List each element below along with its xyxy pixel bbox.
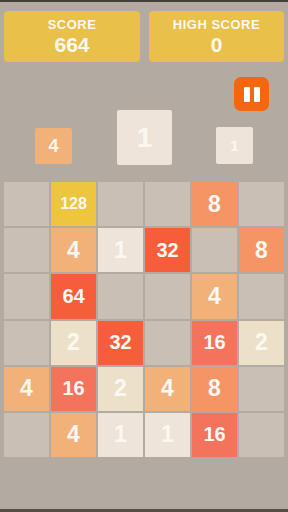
tile-4-r3c5: 4 [192,274,237,318]
score-box: SCORE 664 [4,11,140,62]
cell-r3c3 [98,274,143,318]
cell-r2c1 [4,228,49,272]
tile-16-r6c5: 16 [192,413,237,457]
queue-tile-next-right: 1 [216,127,253,164]
high-score-box: HIGH SCORE 0 [149,11,284,62]
cell-r6c1 [4,413,49,457]
pause-button[interactable] [234,77,269,111]
tile-8-r5c5: 8 [192,367,237,411]
high-score-value: 0 [211,33,223,57]
cell-r3c4 [145,274,190,318]
high-score-label: HIGH SCORE [173,17,260,33]
tile-1-r6c4: 1 [145,413,190,457]
cell-r1c3 [98,182,143,226]
cell-r4c1 [4,321,49,365]
cell-r4c4 [145,321,190,365]
tile-4-r5c4: 4 [145,367,190,411]
cell-r5c6 [239,367,284,411]
tile-4-r5c1: 4 [4,367,49,411]
tile-32-r4c3: 32 [98,321,143,365]
tile-8-r2c6: 8 [239,228,284,272]
pause-icon [244,87,260,102]
cell-r3c6 [239,274,284,318]
score-value: 664 [54,33,89,57]
cell-r2c5 [192,228,237,272]
queue-tile-current: 1 [117,110,172,165]
tile-64-r3c2: 64 [51,274,96,318]
cell-r1c1 [4,182,49,226]
tile-4-r2c2: 4 [51,228,96,272]
tile-4-r6c2: 4 [51,413,96,457]
cell-r1c4 [145,182,190,226]
tile-1-r6c3: 1 [98,413,143,457]
tile-128-r1c2: 128 [51,182,96,226]
tile-2-r4c2: 2 [51,321,96,365]
cell-r3c1 [4,274,49,318]
queue-tile-next-left: 4 [35,128,72,164]
tile-8-r1c5: 8 [192,182,237,226]
cell-r1c6 [239,182,284,226]
tile-16-r4c5: 16 [192,321,237,365]
tile-32-r2c4: 32 [145,228,190,272]
board-grid[interactable]: 12884132864423216241624841116 [4,182,284,457]
cell-r6c6 [239,413,284,457]
tile-2-r5c3: 2 [98,367,143,411]
tile-1-r2c3: 1 [98,228,143,272]
top-edge-strip [0,0,288,2]
tile-2-r4c6: 2 [239,321,284,365]
tile-16-r5c2: 16 [51,367,96,411]
score-label: SCORE [48,17,97,33]
